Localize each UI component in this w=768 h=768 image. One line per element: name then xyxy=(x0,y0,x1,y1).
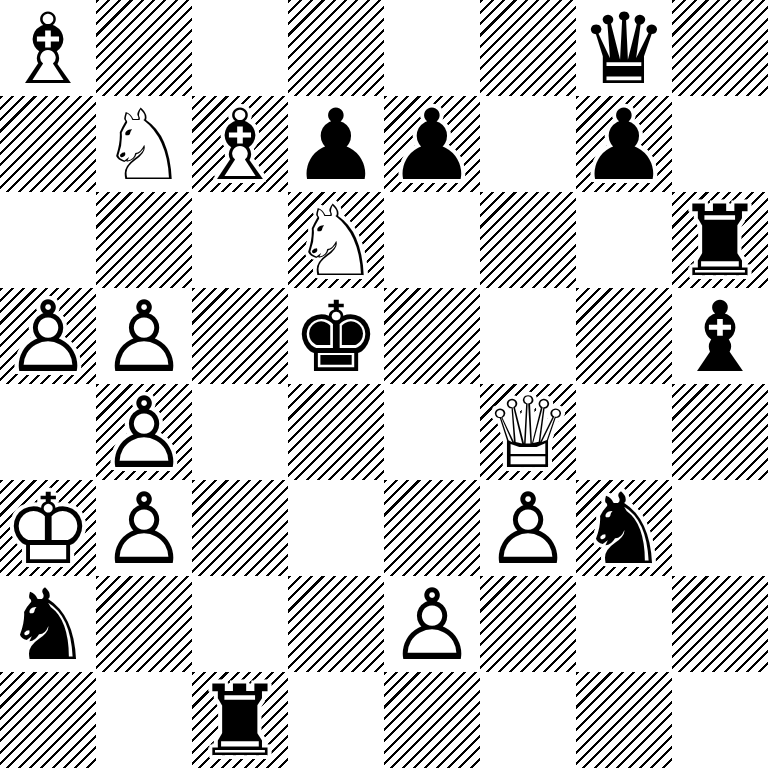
chess-board: ♝♗♛♛♞♘♝♗♟♟♟♟♟♟♞♘♜♜♟♙♟♙♚♚♝♝♟♙♛♕♚♔♟♙♟♙♞♞♞♞… xyxy=(0,0,768,768)
square-d8[interactable] xyxy=(288,0,384,96)
square-a6[interactable] xyxy=(0,192,96,288)
white-pawn-glyph: ♙ xyxy=(100,384,188,482)
white-bishop-glyph: ♗ xyxy=(4,0,92,98)
white-knight[interactable]: ♞♘ xyxy=(288,192,384,288)
white-queen[interactable]: ♛♕ xyxy=(480,384,576,480)
square-b4[interactable]: ♟♙ xyxy=(96,384,192,480)
square-g4[interactable] xyxy=(576,384,672,480)
white-king[interactable]: ♚♔ xyxy=(0,480,96,576)
black-pawn[interactable]: ♟♟ xyxy=(288,96,384,192)
square-h2[interactable] xyxy=(672,576,768,672)
square-g7[interactable]: ♟♟ xyxy=(576,96,672,192)
black-queen-glyph: ♛ xyxy=(580,0,668,98)
square-a7[interactable] xyxy=(0,96,96,192)
square-h1[interactable] xyxy=(672,672,768,768)
square-d7[interactable]: ♟♟ xyxy=(288,96,384,192)
black-king-glyph: ♚ xyxy=(292,288,380,386)
white-pawn-glyph: ♙ xyxy=(100,480,188,578)
square-h8[interactable] xyxy=(672,0,768,96)
square-b8[interactable] xyxy=(96,0,192,96)
black-bishop[interactable]: ♝♝ xyxy=(672,288,768,384)
white-pawn-glyph: ♙ xyxy=(388,576,476,674)
square-f1[interactable] xyxy=(480,672,576,768)
white-pawn-glyph: ♙ xyxy=(100,288,188,386)
white-pawn[interactable]: ♟♙ xyxy=(480,480,576,576)
square-e5[interactable] xyxy=(384,288,480,384)
white-pawn[interactable]: ♟♙ xyxy=(384,576,480,672)
square-e2[interactable]: ♟♙ xyxy=(384,576,480,672)
black-knight-glyph: ♞ xyxy=(580,480,668,578)
square-g8[interactable]: ♛♛ xyxy=(576,0,672,96)
square-c3[interactable] xyxy=(192,480,288,576)
white-pawn[interactable]: ♟♙ xyxy=(96,288,192,384)
square-h5[interactable]: ♝♝ xyxy=(672,288,768,384)
square-c7[interactable]: ♝♗ xyxy=(192,96,288,192)
square-h7[interactable] xyxy=(672,96,768,192)
square-b2[interactable] xyxy=(96,576,192,672)
white-pawn[interactable]: ♟♙ xyxy=(96,384,192,480)
black-pawn[interactable]: ♟♟ xyxy=(384,96,480,192)
square-d1[interactable] xyxy=(288,672,384,768)
white-knight[interactable]: ♞♘ xyxy=(96,96,192,192)
square-b6[interactable] xyxy=(96,192,192,288)
square-f6[interactable] xyxy=(480,192,576,288)
square-h4[interactable] xyxy=(672,384,768,480)
square-a2[interactable]: ♞♞ xyxy=(0,576,96,672)
black-rook-glyph: ♜ xyxy=(676,192,764,290)
white-pawn[interactable]: ♟♙ xyxy=(96,480,192,576)
square-e6[interactable] xyxy=(384,192,480,288)
square-e4[interactable] xyxy=(384,384,480,480)
square-c2[interactable] xyxy=(192,576,288,672)
square-a5[interactable]: ♟♙ xyxy=(0,288,96,384)
square-g6[interactable] xyxy=(576,192,672,288)
square-d2[interactable] xyxy=(288,576,384,672)
black-king[interactable]: ♚♚ xyxy=(288,288,384,384)
black-pawn-glyph: ♟ xyxy=(292,96,380,194)
square-c6[interactable] xyxy=(192,192,288,288)
square-c5[interactable] xyxy=(192,288,288,384)
square-g1[interactable] xyxy=(576,672,672,768)
white-bishop-glyph: ♗ xyxy=(196,96,284,194)
square-b3[interactable]: ♟♙ xyxy=(96,480,192,576)
square-a1[interactable] xyxy=(0,672,96,768)
square-g2[interactable] xyxy=(576,576,672,672)
square-c8[interactable] xyxy=(192,0,288,96)
white-bishop[interactable]: ♝♗ xyxy=(192,96,288,192)
square-d6[interactable]: ♞♘ xyxy=(288,192,384,288)
square-h3[interactable] xyxy=(672,480,768,576)
black-pawn-glyph: ♟ xyxy=(580,96,668,194)
square-f2[interactable] xyxy=(480,576,576,672)
black-pawn[interactable]: ♟♟ xyxy=(576,96,672,192)
square-e7[interactable]: ♟♟ xyxy=(384,96,480,192)
square-g5[interactable] xyxy=(576,288,672,384)
square-e3[interactable] xyxy=(384,480,480,576)
square-e1[interactable] xyxy=(384,672,480,768)
white-pawn-glyph: ♙ xyxy=(4,288,92,386)
square-c1[interactable]: ♜♜ xyxy=(192,672,288,768)
black-knight-glyph: ♞ xyxy=(4,576,92,674)
black-knight[interactable]: ♞♞ xyxy=(0,576,96,672)
square-a8[interactable]: ♝♗ xyxy=(0,0,96,96)
square-e8[interactable] xyxy=(384,0,480,96)
square-c4[interactable] xyxy=(192,384,288,480)
white-pawn-glyph: ♙ xyxy=(484,480,572,578)
square-b7[interactable]: ♞♘ xyxy=(96,96,192,192)
square-b1[interactable] xyxy=(96,672,192,768)
black-rook-glyph: ♜ xyxy=(196,672,284,768)
black-knight[interactable]: ♞♞ xyxy=(576,480,672,576)
square-f3[interactable]: ♟♙ xyxy=(480,480,576,576)
white-knight-glyph: ♘ xyxy=(100,96,188,194)
black-rook[interactable]: ♜♜ xyxy=(672,192,768,288)
black-pawn-glyph: ♟ xyxy=(388,96,476,194)
white-bishop[interactable]: ♝♗ xyxy=(0,0,96,96)
square-a3[interactable]: ♚♔ xyxy=(0,480,96,576)
square-a4[interactable] xyxy=(0,384,96,480)
square-h6[interactable]: ♜♜ xyxy=(672,192,768,288)
black-rook[interactable]: ♜♜ xyxy=(192,672,288,768)
black-bishop-glyph: ♝ xyxy=(676,288,764,386)
white-knight-glyph: ♘ xyxy=(292,192,380,290)
square-f7[interactable] xyxy=(480,96,576,192)
white-king-glyph: ♔ xyxy=(4,480,92,578)
square-f4[interactable]: ♛♕ xyxy=(480,384,576,480)
square-d3[interactable] xyxy=(288,480,384,576)
white-pawn[interactable]: ♟♙ xyxy=(0,288,96,384)
black-queen[interactable]: ♛♛ xyxy=(576,0,672,96)
square-d4[interactable] xyxy=(288,384,384,480)
square-g3[interactable]: ♞♞ xyxy=(576,480,672,576)
square-f5[interactable] xyxy=(480,288,576,384)
square-f8[interactable] xyxy=(480,0,576,96)
square-b5[interactable]: ♟♙ xyxy=(96,288,192,384)
white-queen-glyph: ♕ xyxy=(484,384,572,482)
square-d5[interactable]: ♚♚ xyxy=(288,288,384,384)
